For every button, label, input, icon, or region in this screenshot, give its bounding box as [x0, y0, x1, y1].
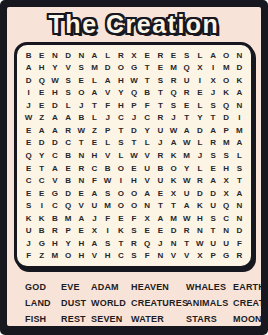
- grid-cell[interactable]: W: [180, 212, 193, 225]
- grid-cell[interactable]: Y: [48, 62, 61, 75]
- grid-cell[interactable]: K: [220, 87, 233, 100]
- word-item: CREATE: [233, 298, 261, 308]
- grid-cell[interactable]: E: [193, 87, 206, 100]
- grid-cell[interactable]: V: [101, 149, 114, 162]
- grid-cell[interactable]: Y: [193, 112, 206, 125]
- grid-cell[interactable]: A: [75, 212, 88, 225]
- grid-cell[interactable]: P: [62, 224, 75, 237]
- grid-cell[interactable]: O: [114, 199, 127, 212]
- grid-cell[interactable]: R: [206, 137, 219, 150]
- grid-cell[interactable]: X: [193, 249, 206, 262]
- grid-cell[interactable]: C: [62, 137, 75, 150]
- grid-cell[interactable]: M: [180, 149, 193, 162]
- grid-cell[interactable]: C: [114, 249, 127, 262]
- grid-cell[interactable]: C: [114, 112, 127, 125]
- grid-cell[interactable]: W: [48, 74, 61, 87]
- grid-cell[interactable]: T: [75, 137, 88, 150]
- grid-cell[interactable]: A: [101, 74, 114, 87]
- grid-cell[interactable]: N: [75, 49, 88, 62]
- grid-cell[interactable]: X: [193, 62, 206, 75]
- grid-cell[interactable]: T: [88, 99, 101, 112]
- grid-cell[interactable]: S: [22, 199, 35, 212]
- grid-cell[interactable]: Q: [35, 74, 48, 87]
- grid-cell[interactable]: B: [62, 149, 75, 162]
- grid-cell[interactable]: X: [220, 174, 233, 187]
- grid-cell[interactable]: S: [62, 87, 75, 100]
- grid-cell[interactable]: F: [233, 237, 246, 250]
- grid-cell[interactable]: J: [154, 237, 167, 250]
- grid-cell[interactable]: Y: [141, 124, 154, 137]
- grid-cell[interactable]: K: [193, 199, 206, 212]
- grid-cell[interactable]: D: [22, 74, 35, 87]
- grid-cell[interactable]: O: [220, 74, 233, 87]
- grid-cell[interactable]: W: [101, 174, 114, 187]
- grid-cell[interactable]: A: [206, 49, 219, 62]
- grid-cell[interactable]: O: [220, 49, 233, 62]
- grid-cell[interactable]: H: [48, 237, 61, 250]
- grid-cell[interactable]: U: [180, 187, 193, 200]
- grid-cell[interactable]: D: [206, 187, 219, 200]
- grid-cell[interactable]: R: [62, 124, 75, 137]
- grid-cell[interactable]: U: [154, 174, 167, 187]
- grid-cell[interactable]: A: [48, 162, 61, 175]
- grid-cell[interactable]: T: [127, 137, 140, 150]
- grid-cell[interactable]: B: [101, 162, 114, 175]
- grid-cell[interactable]: E: [22, 162, 35, 175]
- grid-cell[interactable]: I: [114, 174, 127, 187]
- grid-cell[interactable]: D: [48, 99, 61, 112]
- grid-cell[interactable]: A: [206, 124, 219, 137]
- grid-cell[interactable]: V: [88, 249, 101, 262]
- grid-cell[interactable]: D: [193, 124, 206, 137]
- grid-cell[interactable]: S: [180, 49, 193, 62]
- grid-cell[interactable]: E: [35, 87, 48, 100]
- grid-cell[interactable]: O: [167, 162, 180, 175]
- grid-cell[interactable]: S: [206, 149, 219, 162]
- grid-cell[interactable]: G: [35, 237, 48, 250]
- grid-cell[interactable]: A: [35, 124, 48, 137]
- grid-cell[interactable]: D: [167, 224, 180, 237]
- grid-cell[interactable]: L: [193, 162, 206, 175]
- grid-cell[interactable]: L: [193, 137, 206, 150]
- grid-cell[interactable]: R: [233, 249, 246, 262]
- grid-cell[interactable]: B: [154, 162, 167, 175]
- grid-cell[interactable]: Q: [141, 237, 154, 250]
- grid-cell[interactable]: H: [48, 87, 61, 100]
- grid-cell[interactable]: N: [220, 224, 233, 237]
- grid-cell[interactable]: Q: [220, 199, 233, 212]
- grid-cell[interactable]: E: [22, 187, 35, 200]
- grid-cell[interactable]: L: [141, 137, 154, 150]
- grid-cell[interactable]: E: [206, 162, 219, 175]
- grid-cell[interactable]: A: [48, 112, 61, 125]
- grid-cell[interactable]: L: [88, 112, 101, 125]
- grid-cell[interactable]: J: [22, 237, 35, 250]
- grid-cell[interactable]: N: [233, 99, 246, 112]
- grid-cell[interactable]: W: [180, 137, 193, 150]
- grid-cell[interactable]: J: [88, 212, 101, 225]
- grid-cell[interactable]: S: [220, 149, 233, 162]
- word-item: WORLD: [91, 298, 131, 308]
- grid-cell[interactable]: D: [101, 62, 114, 75]
- grid-cell[interactable]: J: [127, 112, 140, 125]
- grid-cell[interactable]: T: [180, 112, 193, 125]
- grid-cell[interactable]: O: [127, 199, 140, 212]
- grid-cell[interactable]: A: [206, 174, 219, 187]
- grid-cell[interactable]: Q: [167, 87, 180, 100]
- grid-cell[interactable]: V: [62, 62, 75, 75]
- grid-cell[interactable]: U: [206, 237, 219, 250]
- grid-cell[interactable]: Y: [180, 162, 193, 175]
- grid-cell[interactable]: S: [75, 62, 88, 75]
- grid-cell[interactable]: A: [154, 212, 167, 225]
- grid-cell[interactable]: P: [206, 249, 219, 262]
- grid-cell[interactable]: W: [193, 237, 206, 250]
- grid-cell[interactable]: V: [141, 149, 154, 162]
- grid-cell[interactable]: J: [193, 149, 206, 162]
- grid-cell[interactable]: A: [22, 62, 35, 75]
- grid-cell[interactable]: E: [141, 49, 154, 62]
- grid-cell[interactable]: M: [48, 249, 61, 262]
- grid-cell[interactable]: B: [35, 224, 48, 237]
- grid-cell[interactable]: T: [154, 87, 167, 100]
- grid-cell[interactable]: N: [75, 174, 88, 187]
- grid-cell[interactable]: N: [48, 49, 61, 62]
- grid-cell[interactable]: Z: [35, 112, 48, 125]
- grid-cell[interactable]: D: [62, 49, 75, 62]
- grid-cell[interactable]: W: [22, 112, 35, 125]
- grid-cell[interactable]: I: [101, 224, 114, 237]
- grid-cell[interactable]: L: [62, 99, 75, 112]
- grid-cell[interactable]: X: [220, 187, 233, 200]
- grid-cell[interactable]: R: [154, 49, 167, 62]
- grid-cell[interactable]: R: [154, 149, 167, 162]
- grid-cell[interactable]: E: [88, 137, 101, 150]
- grid-cell[interactable]: X: [167, 187, 180, 200]
- grid-cell[interactable]: E: [35, 49, 48, 62]
- grid-cell[interactable]: E: [75, 74, 88, 87]
- grid-cell[interactable]: S: [101, 237, 114, 250]
- grid-cell[interactable]: W: [127, 149, 140, 162]
- word-item: SEVEN: [91, 314, 131, 324]
- grid-cell[interactable]: T: [206, 224, 219, 237]
- grid-cell[interactable]: J: [101, 112, 114, 125]
- grid-cell[interactable]: I: [193, 74, 206, 87]
- grid-cell[interactable]: S: [206, 99, 219, 112]
- grid-cell[interactable]: S: [114, 137, 127, 150]
- grid-cell[interactable]: T: [35, 162, 48, 175]
- grid-cell[interactable]: P: [220, 124, 233, 137]
- grid-cell[interactable]: F: [101, 212, 114, 225]
- grid-cell[interactable]: C: [220, 212, 233, 225]
- grid-cell[interactable]: T: [233, 174, 246, 187]
- grid-cell[interactable]: D: [127, 124, 140, 137]
- grid-cell[interactable]: H: [101, 249, 114, 262]
- grid-cell[interactable]: E: [180, 99, 193, 112]
- grid-cell[interactable]: K: [167, 174, 180, 187]
- grid-cell[interactable]: V: [75, 199, 88, 212]
- grid-cell[interactable]: N: [233, 212, 246, 225]
- grid-cell[interactable]: G: [48, 187, 61, 200]
- grid-cell[interactable]: B: [48, 212, 61, 225]
- grid-cell[interactable]: E: [75, 187, 88, 200]
- grid-cell[interactable]: O: [62, 249, 75, 262]
- grid-cell[interactable]: O: [114, 62, 127, 75]
- grid-cell[interactable]: S: [62, 74, 75, 87]
- puzzle-page: The Creation BENDNALRXERESLAONAHYVSMDOGT…: [7, 7, 261, 326]
- grid-cell[interactable]: Z: [35, 249, 48, 262]
- grid-cell[interactable]: E: [35, 187, 48, 200]
- grid-cell[interactable]: I: [233, 112, 246, 125]
- grid-cell[interactable]: W: [127, 74, 140, 87]
- puzzle-title: The Creation: [49, 8, 220, 40]
- grid-cell[interactable]: H: [75, 249, 88, 262]
- grid-cell[interactable]: A: [167, 137, 180, 150]
- grid-cell[interactable]: N: [141, 199, 154, 212]
- grid-cell[interactable]: H: [127, 174, 140, 187]
- grid-cell[interactable]: L: [101, 49, 114, 62]
- grid-cell[interactable]: E: [167, 49, 180, 62]
- grid-cell[interactable]: X: [141, 212, 154, 225]
- grid-cell[interactable]: U: [22, 224, 35, 237]
- grid-cell[interactable]: E: [154, 62, 167, 75]
- grid-cell[interactable]: K: [114, 224, 127, 237]
- grid-cell[interactable]: E: [75, 224, 88, 237]
- grid-cell[interactable]: K: [233, 74, 246, 87]
- grid-cell[interactable]: R: [193, 174, 206, 187]
- grid-cell[interactable]: H: [220, 162, 233, 175]
- grid-cell[interactable]: U: [206, 199, 219, 212]
- grid-cell[interactable]: C: [88, 162, 101, 175]
- grid-cell[interactable]: U: [88, 199, 101, 212]
- grid-cell[interactable]: F: [22, 249, 35, 262]
- grid-cell[interactable]: A: [233, 187, 246, 200]
- grid-cell[interactable]: Y: [62, 237, 75, 250]
- grid-cell[interactable]: A: [62, 112, 75, 125]
- grid-cell[interactable]: H: [35, 62, 48, 75]
- grid-cell[interactable]: J: [75, 99, 88, 112]
- grid-cell[interactable]: P: [127, 99, 140, 112]
- grid-cell[interactable]: S: [206, 212, 219, 225]
- grid-cell[interactable]: S: [127, 224, 140, 237]
- word-column: ADAMWORLDSEVEN: [91, 282, 131, 324]
- grid-cell[interactable]: B: [22, 49, 35, 62]
- grid-cell[interactable]: Q: [22, 149, 35, 162]
- grid-cell[interactable]: A: [48, 124, 61, 137]
- grid-cell[interactable]: A: [233, 87, 246, 100]
- grid-cell[interactable]: E: [35, 99, 48, 112]
- grid-cell[interactable]: D: [48, 137, 61, 150]
- grid-cell[interactable]: Y: [114, 87, 127, 100]
- grid-cell[interactable]: S: [154, 74, 167, 87]
- grid-cell[interactable]: L: [193, 99, 206, 112]
- grid-cell[interactable]: E: [127, 162, 140, 175]
- grid-cell[interactable]: S: [167, 99, 180, 112]
- grid-cell[interactable]: D: [35, 137, 48, 150]
- grid-cell[interactable]: I: [206, 62, 219, 75]
- grid-cell[interactable]: V: [141, 174, 154, 187]
- grid-cell[interactable]: X: [88, 224, 101, 237]
- grid-cell[interactable]: A: [88, 187, 101, 200]
- grid-cell[interactable]: T: [141, 74, 154, 87]
- grid-cell[interactable]: R: [154, 112, 167, 125]
- grid-cell[interactable]: T: [206, 112, 219, 125]
- grid-cell[interactable]: V: [167, 249, 180, 262]
- grid-cell[interactable]: A: [88, 49, 101, 62]
- grid-cell[interactable]: V: [101, 87, 114, 100]
- grid-cell[interactable]: S: [101, 187, 114, 200]
- grid-cell[interactable]: U: [154, 124, 167, 137]
- grid-cell[interactable]: I: [22, 87, 35, 100]
- grid-cell[interactable]: E: [22, 137, 35, 150]
- grid-cell[interactable]: M: [220, 62, 233, 75]
- grid-cell[interactable]: T: [167, 199, 180, 212]
- grid-cell[interactable]: R: [75, 162, 88, 175]
- grid-cell[interactable]: D: [233, 224, 246, 237]
- grid-cell[interactable]: N: [75, 149, 88, 162]
- grid-cell[interactable]: Z: [88, 124, 101, 137]
- grid-cell[interactable]: N: [233, 49, 246, 62]
- grid-cell[interactable]: R: [180, 224, 193, 237]
- grid-cell[interactable]: A: [141, 187, 154, 200]
- grid-cell[interactable]: N: [193, 224, 206, 237]
- page-frame: The Creation BENDNALRXERESLAONAHYVSMDOGT…: [0, 0, 268, 335]
- grid-cell[interactable]: Y: [35, 149, 48, 162]
- grid-cell[interactable]: W: [180, 174, 193, 187]
- grid-cell[interactable]: F: [141, 99, 154, 112]
- grid-cell[interactable]: O: [114, 162, 127, 175]
- grid-cell[interactable]: O: [75, 87, 88, 100]
- grid-cell[interactable]: W: [75, 124, 88, 137]
- grid-cell[interactable]: K: [35, 212, 48, 225]
- grid-cell[interactable]: N: [154, 249, 167, 262]
- grid-cell[interactable]: R: [180, 87, 193, 100]
- grid-cell[interactable]: L: [233, 149, 246, 162]
- grid-cell[interactable]: G: [220, 249, 233, 262]
- grid-cell[interactable]: U: [220, 237, 233, 250]
- grid-cell[interactable]: I: [35, 199, 48, 212]
- grid-cell[interactable]: M: [101, 199, 114, 212]
- grid-cell[interactable]: E: [154, 187, 167, 200]
- grid-cell[interactable]: A: [88, 87, 101, 100]
- word-item: LAND: [25, 298, 61, 308]
- grid-cell[interactable]: R: [167, 74, 180, 87]
- grid-cell[interactable]: M: [62, 212, 75, 225]
- grid-cell[interactable]: F: [101, 99, 114, 112]
- grid-cell[interactable]: J: [167, 112, 180, 125]
- grid-cell[interactable]: S: [127, 249, 140, 262]
- word-column: HEAVENCREATURESWATER: [131, 282, 186, 324]
- grid-cell[interactable]: J: [206, 87, 219, 100]
- grid-cell[interactable]: X: [127, 49, 140, 62]
- grid-cell[interactable]: H: [114, 99, 127, 112]
- grid-cell[interactable]: U: [141, 162, 154, 175]
- grid-cell[interactable]: T: [154, 199, 167, 212]
- grid-cell[interactable]: T: [114, 124, 127, 137]
- grid-cell[interactable]: R: [127, 237, 140, 250]
- grid-cell[interactable]: V: [48, 174, 61, 187]
- grid-cell[interactable]: O: [114, 187, 127, 200]
- grid-cell[interactable]: M: [167, 212, 180, 225]
- grid-cell[interactable]: Q: [220, 99, 233, 112]
- grid-cell[interactable]: A: [180, 199, 193, 212]
- grid-cell[interactable]: C: [22, 174, 35, 187]
- grid-cell[interactable]: J: [22, 99, 35, 112]
- grid-cell[interactable]: B: [141, 87, 154, 100]
- grid-cell[interactable]: W: [167, 124, 180, 137]
- grid-cell[interactable]: N: [233, 199, 246, 212]
- grid-cell[interactable]: T: [114, 237, 127, 250]
- grid-cell[interactable]: C: [48, 199, 61, 212]
- grid-cell[interactable]: M: [88, 62, 101, 75]
- grid-cell[interactable]: B: [75, 112, 88, 125]
- grid-cell[interactable]: Q: [180, 62, 193, 75]
- grid-cell[interactable]: L: [101, 137, 114, 150]
- grid-cell[interactable]: J: [154, 137, 167, 150]
- grid-cell[interactable]: H: [114, 74, 127, 87]
- grid-cell[interactable]: E: [114, 212, 127, 225]
- grid-cell[interactable]: H: [75, 237, 88, 250]
- grid-cell[interactable]: C: [141, 112, 154, 125]
- grid-cell[interactable]: V: [180, 249, 193, 262]
- grid-cell[interactable]: R: [114, 49, 127, 62]
- grid-cell[interactable]: U: [180, 74, 193, 87]
- grid-cell[interactable]: C: [48, 149, 61, 162]
- grid-cell[interactable]: D: [193, 187, 206, 200]
- grid-cell[interactable]: E: [141, 224, 154, 237]
- grid-cell[interactable]: D: [233, 62, 246, 75]
- grid-cell[interactable]: H: [193, 212, 206, 225]
- grid-cell[interactable]: K: [22, 212, 35, 225]
- word-item: WHALES: [186, 282, 233, 292]
- grid-cell[interactable]: P: [101, 124, 114, 137]
- grid-cell[interactable]: D: [62, 187, 75, 200]
- grid-cell[interactable]: Q: [62, 199, 75, 212]
- grid-cell[interactable]: L: [193, 49, 206, 62]
- grid-cell[interactable]: G: [127, 62, 140, 75]
- grid-cell[interactable]: X: [206, 74, 219, 87]
- grid-cell[interactable]: F: [127, 212, 140, 225]
- grid-cell[interactable]: Q: [127, 87, 140, 100]
- grid-cell[interactable]: E: [154, 224, 167, 237]
- grid-cell[interactable]: F: [88, 174, 101, 187]
- grid-cell[interactable]: R: [48, 224, 61, 237]
- grid-cell[interactable]: L: [114, 149, 127, 162]
- grid-cell[interactable]: F: [141, 249, 154, 262]
- grid-cell[interactable]: L: [88, 74, 101, 87]
- grid-cell[interactable]: E: [22, 124, 35, 137]
- grid-cell[interactable]: T: [154, 99, 167, 112]
- grid-cell[interactable]: T: [180, 237, 193, 250]
- word-item: FISH: [25, 314, 61, 324]
- grid-cell[interactable]: B: [62, 174, 75, 187]
- grid-cell[interactable]: T: [141, 62, 154, 75]
- grid-cell[interactable]: A: [180, 124, 193, 137]
- grid-cell[interactable]: H: [88, 149, 101, 162]
- grid-cell[interactable]: A: [88, 237, 101, 250]
- grid-cell[interactable]: M: [233, 124, 246, 137]
- grid-cell[interactable]: A: [233, 137, 246, 150]
- grid-cell[interactable]: M: [167, 62, 180, 75]
- grid-cell[interactable]: M: [220, 137, 233, 150]
- grid-cell[interactable]: N: [167, 237, 180, 250]
- grid-cell[interactable]: E: [62, 162, 75, 175]
- grid-cell[interactable]: C: [35, 174, 48, 187]
- grid-cell[interactable]: D: [220, 112, 233, 125]
- grid-cell[interactable]: K: [167, 149, 180, 162]
- grid-cell[interactable]: O: [127, 187, 140, 200]
- grid-cell[interactable]: S: [233, 162, 246, 175]
